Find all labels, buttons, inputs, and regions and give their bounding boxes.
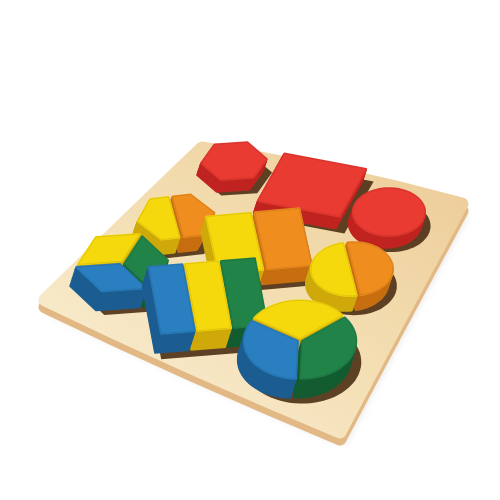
puzzle-board-photo — [0, 0, 500, 500]
product-photo-wooden-shape-puzzle[interactable] — [0, 0, 500, 500]
block-red-whole — [349, 188, 425, 248]
piece-r3c3-circle-thirds[interactable] — [238, 301, 361, 404]
